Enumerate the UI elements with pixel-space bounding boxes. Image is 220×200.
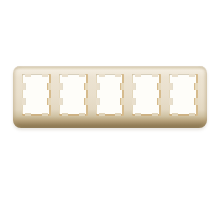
- claw-slot-notch: [42, 74, 48, 77]
- claw-slot-notch: [62, 113, 68, 116]
- claw-slot-tab: [169, 83, 172, 90]
- claw-slot-notch: [115, 74, 121, 77]
- claw-slot-tab: [59, 98, 62, 105]
- claw-slot-notch: [135, 113, 141, 116]
- claw-slot-tab: [132, 83, 135, 90]
- claw-slot-tab: [169, 98, 172, 105]
- claw-slot-tab: [22, 98, 25, 105]
- frame-windows: [22, 74, 198, 116]
- claw-slot-notch: [115, 113, 121, 116]
- claw-slot-tab: [195, 83, 198, 90]
- claw-slot-notch: [25, 74, 31, 77]
- frame-window-opening: [59, 74, 88, 116]
- claw-slot-notch: [99, 74, 105, 77]
- claw-slot-notch: [25, 113, 31, 116]
- product-photo: [0, 0, 220, 200]
- claw-slot-tab: [96, 83, 99, 90]
- claw-slot-notch: [62, 74, 68, 77]
- claw-slot-notch: [189, 74, 195, 77]
- claw-slot-tab: [85, 98, 88, 105]
- claw-slot-notch: [79, 74, 85, 77]
- claw-slot-notch: [79, 113, 85, 116]
- claw-slot-tab: [121, 83, 124, 90]
- frame-window-opening: [132, 74, 161, 116]
- claw-slot-notch: [172, 74, 178, 77]
- claw-slot-notch: [172, 113, 178, 116]
- claw-slot-notch: [99, 113, 105, 116]
- claw-slot-tab: [22, 83, 25, 90]
- claw-slot-tab: [132, 98, 135, 105]
- claw-slot-notch: [152, 74, 158, 77]
- claw-slot-tab: [195, 98, 198, 105]
- claw-slot-tab: [85, 83, 88, 90]
- claw-slot-tab: [59, 83, 62, 90]
- claw-slot-notch: [189, 113, 195, 116]
- frame-window-opening: [169, 74, 198, 116]
- wall-frame-5-gang: [13, 66, 207, 128]
- claw-slot-tab: [158, 98, 161, 105]
- frame-window-opening: [96, 74, 125, 116]
- claw-slot-tab: [96, 98, 99, 105]
- frame-window-opening: [22, 74, 51, 116]
- claw-slot-notch: [42, 113, 48, 116]
- claw-slot-notch: [135, 74, 141, 77]
- claw-slot-tab: [121, 98, 124, 105]
- claw-slot-tab: [48, 83, 51, 90]
- claw-slot-notch: [152, 113, 158, 116]
- claw-slot-tab: [158, 83, 161, 90]
- claw-slot-tab: [48, 98, 51, 105]
